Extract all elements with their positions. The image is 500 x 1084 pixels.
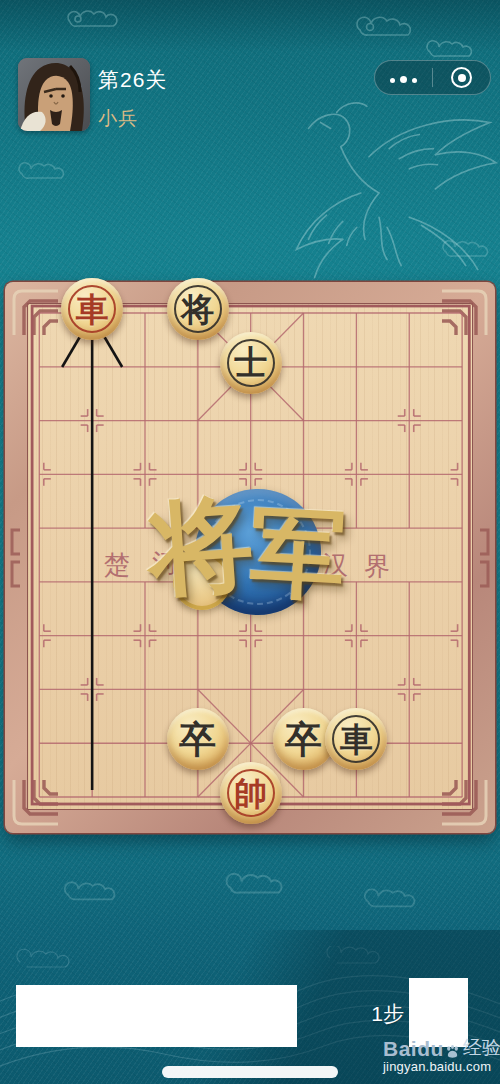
frame-meander-icon	[8, 285, 60, 337]
piece-glyph: 将	[181, 293, 214, 326]
top-shade	[0, 0, 500, 52]
piece-glyph: 車	[340, 723, 373, 756]
cloud-icon	[440, 228, 500, 262]
player-name: 小兵	[98, 106, 138, 132]
baidu-paw-icon	[445, 1044, 460, 1059]
watermark-url: jingyan.baidu.com	[383, 1059, 491, 1074]
frame-meander-icon	[440, 285, 492, 337]
phone-screen: 第26关 小兵	[0, 0, 500, 1084]
cloud-icon	[220, 858, 300, 900]
river-char: 界	[364, 549, 390, 584]
avatar	[18, 58, 90, 131]
frame-meander-icon	[8, 778, 60, 830]
more-dots-icon	[388, 69, 420, 87]
baidu-logo-text: Baidu	[383, 1037, 444, 1061]
piece-red-general[interactable]: 帥	[220, 762, 282, 824]
cloud-icon	[60, 868, 130, 906]
frame-key-icon	[475, 526, 493, 590]
logo-char: 将	[145, 490, 256, 601]
piece-red-chariot[interactable]: 車	[61, 278, 123, 340]
piece-glyph: 卒	[285, 721, 322, 758]
piece-black-soldier[interactable]: 卒	[167, 708, 229, 770]
capsule-home-icon	[451, 67, 472, 88]
wechat-capsule	[374, 60, 491, 95]
home-indicator[interactable]	[162, 1066, 338, 1078]
baidu-watermark: Baidu 经验	[383, 1035, 500, 1061]
phoenix-bird-icon	[248, 96, 500, 288]
piece-black-advisor[interactable]: 士	[220, 332, 282, 394]
piece-glyph: 卒	[179, 721, 216, 758]
level-title: 第26关	[98, 66, 167, 94]
piece-glyph: 帥	[234, 777, 267, 810]
censor-box	[16, 985, 297, 1047]
steps-counter: 1步	[352, 1000, 404, 1028]
baidu-watermark-cn: 经验	[463, 1035, 500, 1061]
cloud-icon	[16, 150, 76, 184]
river-char: 楚	[104, 548, 130, 583]
frame-key-icon	[7, 526, 25, 590]
piece-black-general[interactable]: 将	[167, 278, 229, 340]
more-menu-button[interactable]	[375, 61, 432, 94]
frame-meander-icon	[440, 778, 492, 830]
piece-glyph: 士	[234, 346, 267, 379]
cloud-icon	[360, 875, 430, 913]
close-home-button[interactable]	[433, 61, 490, 94]
logo-char: 军	[248, 504, 349, 605]
xiangqi-board[interactable]: 楚 河 汉 界 将 军 車将士卒卒車帥	[5, 282, 495, 833]
piece-glyph: 車	[76, 293, 109, 326]
